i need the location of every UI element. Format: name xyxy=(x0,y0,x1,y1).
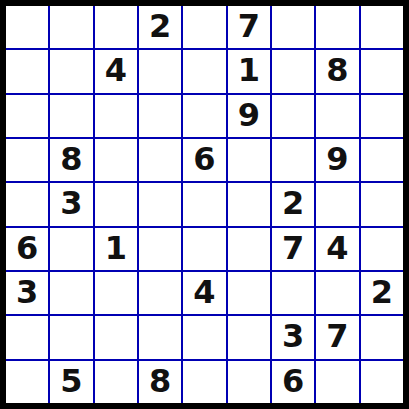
cell-r8c9[interactable] xyxy=(361,316,403,358)
cell-r4c3[interactable] xyxy=(95,139,137,181)
cell-r4c8[interactable]: 9 xyxy=(316,139,358,181)
given-digit: 3 xyxy=(16,276,38,308)
cell-r6c5[interactable] xyxy=(183,228,225,270)
cell-r3c5[interactable] xyxy=(183,95,225,137)
cell-r5c2[interactable]: 3 xyxy=(50,183,92,225)
cell-r8c8[interactable]: 7 xyxy=(316,316,358,358)
cell-r1c3[interactable] xyxy=(95,6,137,48)
cell-r2c3[interactable]: 4 xyxy=(95,50,137,92)
given-digit: 4 xyxy=(193,276,215,308)
cell-r2c1[interactable] xyxy=(6,50,48,92)
cell-r3c9[interactable] xyxy=(361,95,403,137)
cell-r2c8[interactable]: 8 xyxy=(316,50,358,92)
cell-r3c1[interactable] xyxy=(6,95,48,137)
cell-r5c1[interactable] xyxy=(6,183,48,225)
cell-r8c5[interactable] xyxy=(183,316,225,358)
given-digit: 1 xyxy=(238,54,260,86)
cell-r6c8[interactable]: 4 xyxy=(316,228,358,270)
cell-r7c2[interactable] xyxy=(50,272,92,314)
cell-r7c7[interactable] xyxy=(272,272,314,314)
cell-r3c8[interactable] xyxy=(316,95,358,137)
cell-r8c2[interactable] xyxy=(50,316,92,358)
cell-r9c3[interactable] xyxy=(95,361,137,403)
given-digit: 3 xyxy=(282,320,304,352)
cell-r2c7[interactable] xyxy=(272,50,314,92)
cell-r6c1[interactable]: 6 xyxy=(6,228,48,270)
cell-r9c4[interactable]: 8 xyxy=(139,361,181,403)
given-digit: 1 xyxy=(105,232,127,264)
cell-r7c4[interactable] xyxy=(139,272,181,314)
cell-r1c1[interactable] xyxy=(6,6,48,48)
cell-r9c7[interactable]: 6 xyxy=(272,361,314,403)
cell-r2c4[interactable] xyxy=(139,50,181,92)
cell-r9c5[interactable] xyxy=(183,361,225,403)
cell-r8c4[interactable] xyxy=(139,316,181,358)
given-digit: 7 xyxy=(238,10,260,42)
cell-r8c1[interactable] xyxy=(6,316,48,358)
cell-r3c2[interactable] xyxy=(50,95,92,137)
given-digit: 4 xyxy=(326,232,348,264)
cell-r5c3[interactable] xyxy=(95,183,137,225)
cell-r2c5[interactable] xyxy=(183,50,225,92)
cell-r1c9[interactable] xyxy=(361,6,403,48)
cell-r4c1[interactable] xyxy=(6,139,48,181)
cell-r1c4[interactable]: 2 xyxy=(139,6,181,48)
cell-r5c9[interactable] xyxy=(361,183,403,225)
cell-r7c5[interactable]: 4 xyxy=(183,272,225,314)
cell-r1c2[interactable] xyxy=(50,6,92,48)
cell-r8c3[interactable] xyxy=(95,316,137,358)
cell-r3c7[interactable] xyxy=(272,95,314,137)
cell-r6c2[interactable] xyxy=(50,228,92,270)
given-digit: 6 xyxy=(282,365,304,397)
cell-r6c6[interactable] xyxy=(228,228,270,270)
given-digit: 8 xyxy=(149,365,171,397)
cell-r2c2[interactable] xyxy=(50,50,92,92)
cell-r7c8[interactable] xyxy=(316,272,358,314)
given-digit: 2 xyxy=(149,10,171,42)
cell-r8c7[interactable]: 3 xyxy=(272,316,314,358)
given-digit: 9 xyxy=(238,99,260,131)
cell-r9c6[interactable] xyxy=(228,361,270,403)
cell-r2c9[interactable] xyxy=(361,50,403,92)
cell-r1c5[interactable] xyxy=(183,6,225,48)
cell-r7c1[interactable]: 3 xyxy=(6,272,48,314)
cell-r9c9[interactable] xyxy=(361,361,403,403)
cell-r2c6[interactable]: 1 xyxy=(228,50,270,92)
cell-r3c3[interactable] xyxy=(95,95,137,137)
cell-r4c4[interactable] xyxy=(139,139,181,181)
cell-r1c7[interactable] xyxy=(272,6,314,48)
given-digit: 3 xyxy=(60,187,82,219)
given-digit: 5 xyxy=(60,365,82,397)
cell-r4c7[interactable] xyxy=(272,139,314,181)
given-digit: 2 xyxy=(282,187,304,219)
cell-r6c3[interactable]: 1 xyxy=(95,228,137,270)
cell-r5c6[interactable] xyxy=(228,183,270,225)
cell-r8c6[interactable] xyxy=(228,316,270,358)
cell-r1c8[interactable] xyxy=(316,6,358,48)
cell-r3c4[interactable] xyxy=(139,95,181,137)
cell-r7c6[interactable] xyxy=(228,272,270,314)
cell-r7c3[interactable] xyxy=(95,272,137,314)
cell-r5c7[interactable]: 2 xyxy=(272,183,314,225)
given-digit: 7 xyxy=(282,232,304,264)
cell-r6c4[interactable] xyxy=(139,228,181,270)
given-digit: 6 xyxy=(16,232,38,264)
given-digit: 7 xyxy=(326,320,348,352)
cell-r5c8[interactable] xyxy=(316,183,358,225)
cell-r5c4[interactable] xyxy=(139,183,181,225)
cell-r4c6[interactable] xyxy=(228,139,270,181)
sudoku-board: 27418986932617434237586 xyxy=(0,0,409,409)
given-digit: 8 xyxy=(326,54,348,86)
cell-r6c9[interactable] xyxy=(361,228,403,270)
cell-r7c9[interactable]: 2 xyxy=(361,272,403,314)
given-digit: 8 xyxy=(60,143,82,175)
cell-r1c6[interactable]: 7 xyxy=(228,6,270,48)
cell-r3c6[interactable]: 9 xyxy=(228,95,270,137)
cell-r9c8[interactable] xyxy=(316,361,358,403)
cell-r5c5[interactable] xyxy=(183,183,225,225)
cell-r4c2[interactable]: 8 xyxy=(50,139,92,181)
given-digit: 9 xyxy=(326,143,348,175)
given-digit: 4 xyxy=(105,54,127,86)
given-digit: 6 xyxy=(193,143,215,175)
cell-r9c1[interactable] xyxy=(6,361,48,403)
cell-r6c7[interactable]: 7 xyxy=(272,228,314,270)
given-digit: 2 xyxy=(371,276,393,308)
cell-r4c5[interactable]: 6 xyxy=(183,139,225,181)
cell-r9c2[interactable]: 5 xyxy=(50,361,92,403)
cell-r4c9[interactable] xyxy=(361,139,403,181)
